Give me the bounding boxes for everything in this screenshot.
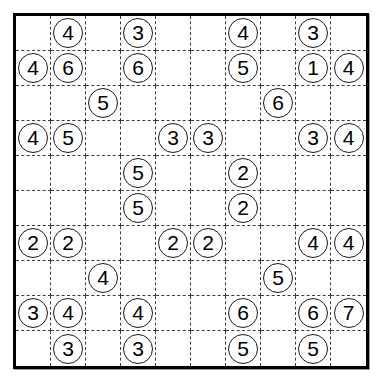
cell-r2c9[interactable]: 1 bbox=[296, 51, 331, 86]
cell-r6c7[interactable]: 2 bbox=[226, 191, 261, 226]
cell-r7c7[interactable] bbox=[226, 226, 261, 261]
clue-circle-r9c7: 6 bbox=[228, 298, 258, 328]
clue-circle-r7c1: 2 bbox=[18, 228, 48, 258]
cell-r4c3[interactable] bbox=[86, 121, 121, 156]
cell-r10c3[interactable] bbox=[86, 331, 121, 366]
cell-r7c3[interactable] bbox=[86, 226, 121, 261]
cell-r5c3[interactable] bbox=[86, 156, 121, 191]
cell-r10c10[interactable] bbox=[331, 331, 366, 366]
clue-circle-r10c7: 5 bbox=[228, 334, 258, 364]
cell-r7c6[interactable]: 2 bbox=[191, 226, 226, 261]
clue-circle-r1c7: 4 bbox=[228, 18, 258, 48]
cell-r3c5[interactable] bbox=[156, 86, 191, 121]
clue-circle-r2c1: 4 bbox=[18, 53, 48, 83]
cell-r8c9[interactable] bbox=[296, 261, 331, 296]
cell-r3c3[interactable]: 5 bbox=[86, 86, 121, 121]
cell-r9c9[interactable]: 6 bbox=[296, 296, 331, 331]
cell-r4c5[interactable]: 3 bbox=[156, 121, 191, 156]
cell-r5c10[interactable] bbox=[331, 156, 366, 191]
cell-r10c8[interactable] bbox=[261, 331, 296, 366]
clue-circle-r9c4: 4 bbox=[123, 298, 153, 328]
cell-r9c2[interactable]: 4 bbox=[51, 296, 86, 331]
cell-r7c10[interactable]: 4 bbox=[331, 226, 366, 261]
cell-r8c7[interactable] bbox=[226, 261, 261, 296]
cell-r6c3[interactable] bbox=[86, 191, 121, 226]
puzzle-page: 4343466514564533345252222244453446673355 bbox=[0, 0, 380, 380]
cell-r10c1[interactable] bbox=[16, 331, 51, 366]
cell-r2c10[interactable]: 4 bbox=[331, 51, 366, 86]
cell-r5c9[interactable] bbox=[296, 156, 331, 191]
cell-r1c6[interactable] bbox=[191, 16, 226, 51]
clue-circle-r7c10: 4 bbox=[334, 228, 364, 258]
cell-r4c8[interactable] bbox=[261, 121, 296, 156]
clue-circle-r8c3: 4 bbox=[88, 263, 118, 293]
cell-r8c4[interactable] bbox=[121, 261, 156, 296]
cell-r5c1[interactable] bbox=[16, 156, 51, 191]
cell-r5c4[interactable]: 5 bbox=[121, 156, 156, 191]
cell-r1c1[interactable] bbox=[16, 16, 51, 51]
cell-r7c2[interactable]: 2 bbox=[51, 226, 86, 261]
cell-r5c6[interactable] bbox=[191, 156, 226, 191]
cell-r8c2[interactable] bbox=[51, 261, 86, 296]
clue-circle-r10c4: 3 bbox=[123, 334, 153, 364]
clue-circle-r1c2: 4 bbox=[53, 18, 83, 48]
cell-r9c10[interactable]: 7 bbox=[331, 296, 366, 331]
clue-circle-r3c8: 6 bbox=[263, 88, 293, 118]
clue-circle-r7c9: 4 bbox=[298, 228, 328, 258]
cell-r3c7[interactable] bbox=[226, 86, 261, 121]
cell-r4c10[interactable]: 4 bbox=[331, 121, 366, 156]
clue-circle-r4c5: 3 bbox=[158, 123, 188, 153]
clue-circle-r9c10: 7 bbox=[334, 298, 364, 328]
cell-r2c2[interactable]: 6 bbox=[51, 51, 86, 86]
clue-circle-r4c2: 5 bbox=[53, 123, 83, 153]
cell-r10c9[interactable]: 5 bbox=[296, 331, 331, 366]
cell-r2c7[interactable]: 5 bbox=[226, 51, 261, 86]
cell-r1c2[interactable]: 4 bbox=[51, 16, 86, 51]
clue-circle-r5c4: 5 bbox=[123, 158, 153, 188]
cell-r9c1[interactable]: 3 bbox=[16, 296, 51, 331]
cell-r3c10[interactable] bbox=[331, 86, 366, 121]
cell-r6c1[interactable] bbox=[16, 191, 51, 226]
cell-r3c9[interactable] bbox=[296, 86, 331, 121]
clue-circle-r1c4: 3 bbox=[123, 18, 153, 48]
clue-circle-r2c10: 4 bbox=[334, 53, 364, 83]
clue-circle-r9c1: 3 bbox=[18, 298, 48, 328]
cell-r7c8[interactable] bbox=[261, 226, 296, 261]
cell-r3c2[interactable] bbox=[51, 86, 86, 121]
puzzle-grid: 4343466514564533345252222244453446673355 bbox=[16, 16, 366, 366]
cell-r7c4[interactable] bbox=[121, 226, 156, 261]
clue-circle-r2c2: 6 bbox=[53, 53, 83, 83]
cell-r6c4[interactable]: 5 bbox=[121, 191, 156, 226]
clue-circle-r6c4: 5 bbox=[123, 193, 153, 223]
cell-r6c6[interactable] bbox=[191, 191, 226, 226]
clue-circle-r10c2: 3 bbox=[53, 334, 83, 364]
clue-circle-r2c7: 5 bbox=[228, 53, 258, 83]
cell-r2c3[interactable] bbox=[86, 51, 121, 86]
cell-r4c4[interactable] bbox=[121, 121, 156, 156]
cell-r10c6[interactable] bbox=[191, 331, 226, 366]
cell-r8c10[interactable] bbox=[331, 261, 366, 296]
cell-r9c3[interactable] bbox=[86, 296, 121, 331]
cell-r1c10[interactable] bbox=[331, 16, 366, 51]
cell-r10c4[interactable]: 3 bbox=[121, 331, 156, 366]
clue-circle-r5c7: 2 bbox=[228, 158, 258, 188]
cell-r2c8[interactable] bbox=[261, 51, 296, 86]
cell-r6c9[interactable] bbox=[296, 191, 331, 226]
cell-r1c3[interactable] bbox=[86, 16, 121, 51]
clue-circle-r3c3: 5 bbox=[88, 88, 118, 118]
clue-circle-r9c2: 4 bbox=[53, 298, 83, 328]
cell-r1c9[interactable]: 3 bbox=[296, 16, 331, 51]
cell-r6c8[interactable] bbox=[261, 191, 296, 226]
cell-r10c2[interactable]: 3 bbox=[51, 331, 86, 366]
clue-circle-r10c9: 5 bbox=[298, 334, 328, 364]
cell-r4c2[interactable]: 5 bbox=[51, 121, 86, 156]
cell-r3c8[interactable]: 6 bbox=[261, 86, 296, 121]
cell-r1c7[interactable]: 4 bbox=[226, 16, 261, 51]
cell-r7c9[interactable]: 4 bbox=[296, 226, 331, 261]
clue-circle-r2c4: 6 bbox=[123, 53, 153, 83]
cell-r4c7[interactable] bbox=[226, 121, 261, 156]
cell-r8c5[interactable] bbox=[156, 261, 191, 296]
cell-r4c6[interactable]: 3 bbox=[191, 121, 226, 156]
puzzle-board: 4343466514564533345252222244453446673355 bbox=[13, 13, 369, 369]
cell-r6c10[interactable] bbox=[331, 191, 366, 226]
cell-r10c7[interactable]: 5 bbox=[226, 331, 261, 366]
clue-circle-r4c10: 4 bbox=[334, 123, 364, 153]
clue-circle-r4c9: 3 bbox=[298, 123, 328, 153]
cell-r3c1[interactable] bbox=[16, 86, 51, 121]
cell-r8c8[interactable]: 5 bbox=[261, 261, 296, 296]
cell-r8c1[interactable] bbox=[16, 261, 51, 296]
cell-r5c2[interactable] bbox=[51, 156, 86, 191]
cell-r6c2[interactable] bbox=[51, 191, 86, 226]
cell-r7c5[interactable]: 2 bbox=[156, 226, 191, 261]
cell-r2c1[interactable]: 4 bbox=[16, 51, 51, 86]
clue-circle-r1c9: 3 bbox=[298, 18, 328, 48]
cell-r5c5[interactable] bbox=[156, 156, 191, 191]
cell-r4c1[interactable]: 4 bbox=[16, 121, 51, 156]
cell-r9c6[interactable] bbox=[191, 296, 226, 331]
clue-circle-r7c6: 2 bbox=[193, 228, 223, 258]
clue-circle-r7c2: 2 bbox=[53, 228, 83, 258]
cell-r1c4[interactable]: 3 bbox=[121, 16, 156, 51]
cell-r9c4[interactable]: 4 bbox=[121, 296, 156, 331]
cell-r3c6[interactable] bbox=[191, 86, 226, 121]
cell-r8c3[interactable]: 4 bbox=[86, 261, 121, 296]
clue-circle-r9c9: 6 bbox=[298, 298, 328, 328]
cell-r3c4[interactable] bbox=[121, 86, 156, 121]
cell-r9c8[interactable] bbox=[261, 296, 296, 331]
clue-circle-r2c9: 1 bbox=[298, 53, 328, 83]
clue-circle-r4c1: 4 bbox=[18, 123, 48, 153]
cell-r10c5[interactable] bbox=[156, 331, 191, 366]
cell-r9c5[interactable] bbox=[156, 296, 191, 331]
cell-r6c5[interactable] bbox=[156, 191, 191, 226]
cell-r5c8[interactable] bbox=[261, 156, 296, 191]
cell-r9c7[interactable]: 6 bbox=[226, 296, 261, 331]
cell-r4c9[interactable]: 3 bbox=[296, 121, 331, 156]
cell-r1c5[interactable] bbox=[156, 16, 191, 51]
cell-r7c1[interactable]: 2 bbox=[16, 226, 51, 261]
cell-r2c6[interactable] bbox=[191, 51, 226, 86]
clue-circle-r8c8: 5 bbox=[263, 263, 293, 293]
cell-r2c4[interactable]: 6 bbox=[121, 51, 156, 86]
clue-circle-r7c5: 2 bbox=[158, 228, 188, 258]
clue-circle-r4c6: 3 bbox=[193, 123, 223, 153]
cell-r5c7[interactable]: 2 bbox=[226, 156, 261, 191]
cell-r2c5[interactable] bbox=[156, 51, 191, 86]
cell-r8c6[interactable] bbox=[191, 261, 226, 296]
clue-circle-r6c7: 2 bbox=[228, 193, 258, 223]
cell-r1c8[interactable] bbox=[261, 16, 296, 51]
